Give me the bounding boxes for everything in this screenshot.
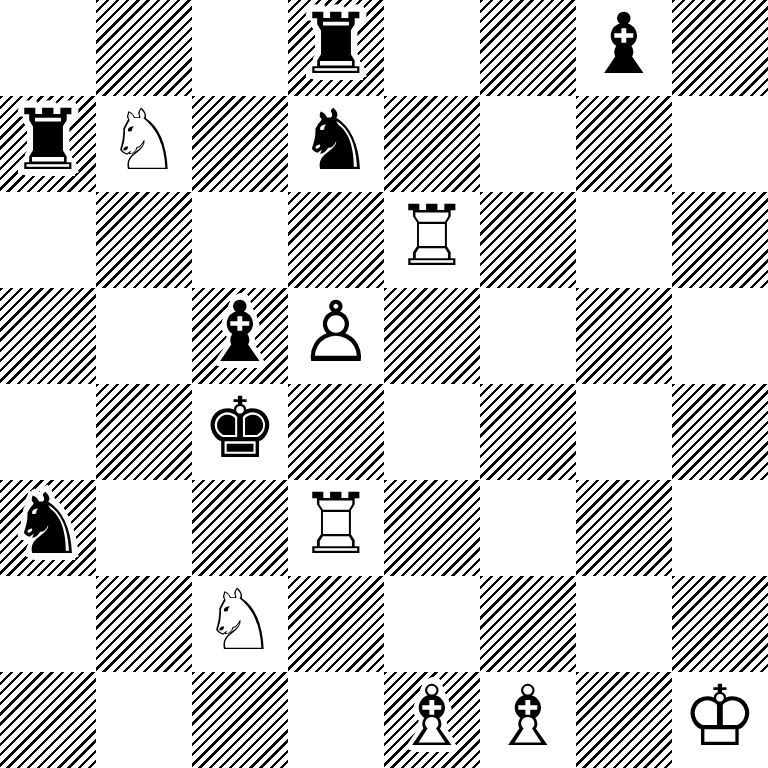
piece-halo: ♜ — [0, 96, 96, 191]
square-e5[interactable] — [384, 288, 480, 384]
piece-halo: ♟ — [288, 288, 384, 383]
white-rook-glyph: ♖ — [288, 480, 384, 572]
white-knight-glyph: ♘ — [96, 96, 192, 188]
piece-halo: ♜ — [288, 480, 384, 575]
square-d8[interactable]: ♜♜ — [288, 0, 384, 96]
white-bishop-e1[interactable]: ♝♗ — [384, 672, 480, 768]
square-f5[interactable] — [480, 288, 576, 384]
black-rook-d8[interactable]: ♜♜ — [288, 0, 384, 96]
white-knight-c2[interactable]: ♞♘ — [192, 576, 288, 672]
square-h7[interactable] — [672, 96, 768, 192]
square-c6[interactable] — [192, 192, 288, 288]
square-h6[interactable] — [672, 192, 768, 288]
square-c7[interactable] — [192, 96, 288, 192]
piece-halo: ♝ — [192, 288, 288, 383]
piece-halo: ♝ — [480, 672, 576, 767]
square-g1[interactable] — [576, 672, 672, 768]
square-g3[interactable] — [576, 480, 672, 576]
white-king-glyph: ♔ — [672, 672, 768, 764]
square-d3[interactable]: ♜♖ — [288, 480, 384, 576]
square-d7[interactable]: ♞♞ — [288, 96, 384, 192]
square-e8[interactable] — [384, 0, 480, 96]
black-knight-glyph: ♞ — [288, 96, 384, 188]
square-a6[interactable] — [0, 192, 96, 288]
white-bishop-f1[interactable]: ♝♗ — [480, 672, 576, 768]
square-e3[interactable] — [384, 480, 480, 576]
black-king-glyph: ♚ — [192, 384, 288, 476]
square-d1[interactable] — [288, 672, 384, 768]
square-b3[interactable] — [96, 480, 192, 576]
white-rook-d3[interactable]: ♜♖ — [288, 480, 384, 576]
square-h5[interactable] — [672, 288, 768, 384]
square-a4[interactable] — [0, 384, 96, 480]
white-bishop-glyph: ♗ — [384, 672, 480, 764]
square-b2[interactable] — [96, 576, 192, 672]
square-a8[interactable] — [0, 0, 96, 96]
square-g4[interactable] — [576, 384, 672, 480]
black-king-c4[interactable]: ♚♚ — [192, 384, 288, 480]
white-knight-glyph: ♘ — [192, 576, 288, 668]
black-rook-a7[interactable]: ♜♜ — [0, 96, 96, 192]
square-f8[interactable] — [480, 0, 576, 96]
square-h2[interactable] — [672, 576, 768, 672]
piece-halo: ♝ — [384, 672, 480, 767]
chess-board: ♜♜♝♝♜♜♞♘♞♞♜♖♝♝♟♙♚♚♞♞♜♖♞♘♝♗♝♗♚♔ — [0, 0, 768, 768]
piece-halo: ♚ — [192, 384, 288, 479]
black-bishop-g8[interactable]: ♝♝ — [576, 0, 672, 96]
square-c8[interactable] — [192, 0, 288, 96]
square-b7[interactable]: ♞♘ — [96, 96, 192, 192]
square-g7[interactable] — [576, 96, 672, 192]
square-a1[interactable] — [0, 672, 96, 768]
piece-halo: ♞ — [192, 576, 288, 671]
white-pawn-glyph: ♙ — [288, 288, 384, 380]
square-g6[interactable] — [576, 192, 672, 288]
square-c2[interactable]: ♞♘ — [192, 576, 288, 672]
square-b6[interactable] — [96, 192, 192, 288]
piece-halo: ♝ — [576, 0, 672, 95]
square-h8[interactable] — [672, 0, 768, 96]
square-h4[interactable] — [672, 384, 768, 480]
square-f7[interactable] — [480, 96, 576, 192]
square-d4[interactable] — [288, 384, 384, 480]
square-c4[interactable]: ♚♚ — [192, 384, 288, 480]
square-d2[interactable] — [288, 576, 384, 672]
square-b4[interactable] — [96, 384, 192, 480]
square-c3[interactable] — [192, 480, 288, 576]
white-rook-glyph: ♖ — [384, 192, 480, 284]
white-bishop-glyph: ♗ — [480, 672, 576, 764]
square-f1[interactable]: ♝♗ — [480, 672, 576, 768]
square-c5[interactable]: ♝♝ — [192, 288, 288, 384]
white-rook-e6[interactable]: ♜♖ — [384, 192, 480, 288]
square-f2[interactable] — [480, 576, 576, 672]
square-a3[interactable]: ♞♞ — [0, 480, 96, 576]
square-d5[interactable]: ♟♙ — [288, 288, 384, 384]
piece-halo: ♞ — [96, 96, 192, 191]
black-rook-glyph: ♜ — [0, 96, 96, 188]
white-knight-b7[interactable]: ♞♘ — [96, 96, 192, 192]
black-knight-d7[interactable]: ♞♞ — [288, 96, 384, 192]
square-h1[interactable]: ♚♔ — [672, 672, 768, 768]
square-a7[interactable]: ♜♜ — [0, 96, 96, 192]
black-bishop-c5[interactable]: ♝♝ — [192, 288, 288, 384]
square-e1[interactable]: ♝♗ — [384, 672, 480, 768]
square-e2[interactable] — [384, 576, 480, 672]
square-b8[interactable] — [96, 0, 192, 96]
square-g2[interactable] — [576, 576, 672, 672]
black-knight-a3[interactable]: ♞♞ — [0, 480, 96, 576]
square-e4[interactable] — [384, 384, 480, 480]
square-e6[interactable]: ♜♖ — [384, 192, 480, 288]
piece-halo: ♞ — [0, 480, 96, 575]
square-b1[interactable] — [96, 672, 192, 768]
piece-halo: ♚ — [672, 672, 768, 767]
piece-halo: ♜ — [384, 192, 480, 287]
piece-halo: ♜ — [288, 0, 384, 95]
square-g8[interactable]: ♝♝ — [576, 0, 672, 96]
black-bishop-glyph: ♝ — [576, 0, 672, 92]
square-a5[interactable] — [0, 288, 96, 384]
square-f4[interactable] — [480, 384, 576, 480]
black-bishop-glyph: ♝ — [192, 288, 288, 380]
square-g5[interactable] — [576, 288, 672, 384]
square-f3[interactable] — [480, 480, 576, 576]
square-c1[interactable] — [192, 672, 288, 768]
white-pawn-d5[interactable]: ♟♙ — [288, 288, 384, 384]
square-b5[interactable] — [96, 288, 192, 384]
square-h3[interactable] — [672, 480, 768, 576]
square-d6[interactable] — [288, 192, 384, 288]
square-f6[interactable] — [480, 192, 576, 288]
square-a2[interactable] — [0, 576, 96, 672]
black-knight-glyph: ♞ — [0, 480, 96, 572]
black-rook-glyph: ♜ — [288, 0, 384, 92]
square-e7[interactable] — [384, 96, 480, 192]
piece-halo: ♞ — [288, 96, 384, 191]
white-king-h1[interactable]: ♚♔ — [672, 672, 768, 768]
